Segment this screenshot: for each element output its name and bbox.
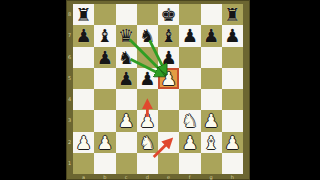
piece-black-bishop-e7[interactable]: ♝: [158, 25, 179, 46]
square-a4[interactable]: [73, 89, 94, 110]
file-label-f: f: [179, 175, 200, 180]
square-h2[interactable]: ♟: [222, 132, 243, 153]
square-f3[interactable]: ♞: [179, 110, 200, 131]
square-a7[interactable]: ♟: [73, 25, 94, 46]
square-e7[interactable]: ♝: [158, 25, 179, 46]
piece-white-knight-f3[interactable]: ♞: [179, 110, 200, 131]
rank-label-8: 8: [66, 12, 73, 17]
square-d1[interactable]: [137, 153, 158, 174]
square-b8[interactable]: [94, 4, 115, 25]
square-f1[interactable]: [179, 153, 200, 174]
piece-white-pawn-b2[interactable]: ♟: [94, 132, 115, 153]
piece-white-knight-d2[interactable]: ♞: [137, 132, 158, 153]
square-c4[interactable]: [116, 89, 137, 110]
square-a1[interactable]: [73, 153, 94, 174]
square-g4[interactable]: [201, 89, 222, 110]
chess-board: ♜♚♜♟♝♛♞♝♟♟♟♟♞♟♟♟♟♟♟♞♟♟♟♞♟♝♟: [73, 4, 243, 174]
square-f7[interactable]: ♟: [179, 25, 200, 46]
square-d3[interactable]: ♟: [137, 110, 158, 131]
square-b6[interactable]: ♟: [94, 47, 115, 68]
piece-black-pawn-h7[interactable]: ♟: [222, 25, 243, 46]
square-e8[interactable]: ♚: [158, 4, 179, 25]
square-d6[interactable]: [137, 47, 158, 68]
square-c6[interactable]: ♞: [116, 47, 137, 68]
square-a6[interactable]: [73, 47, 94, 68]
rank-label-3: 3: [66, 118, 73, 123]
square-f2[interactable]: ♟: [179, 132, 200, 153]
square-e6[interactable]: ♟: [158, 47, 179, 68]
square-h6[interactable]: [222, 47, 243, 68]
square-d5[interactable]: ♟: [137, 68, 158, 89]
piece-white-pawn-h2[interactable]: ♟: [222, 132, 243, 153]
square-b4[interactable]: [94, 89, 115, 110]
file-label-g: g: [201, 175, 222, 180]
square-e1[interactable]: [158, 153, 179, 174]
left-letterbox-bar: [0, 0, 66, 180]
square-f5[interactable]: [179, 68, 200, 89]
piece-black-pawn-e6[interactable]: ♟: [158, 47, 179, 68]
piece-white-pawn-f2[interactable]: ♟: [179, 132, 200, 153]
rank-label-2: 2: [66, 140, 73, 145]
square-h3[interactable]: [222, 110, 243, 131]
piece-white-pawn-d3[interactable]: ♟: [137, 110, 158, 131]
piece-black-pawn-g7[interactable]: ♟: [201, 25, 222, 46]
file-label-b: b: [94, 175, 115, 180]
square-a8[interactable]: ♜: [73, 4, 94, 25]
square-h4[interactable]: [222, 89, 243, 110]
piece-black-pawn-b6[interactable]: ♟: [94, 47, 115, 68]
file-label-h: h: [222, 175, 243, 180]
file-label-e: e: [158, 175, 179, 180]
square-g6[interactable]: [201, 47, 222, 68]
square-h5[interactable]: [222, 68, 243, 89]
square-c3[interactable]: ♟: [116, 110, 137, 131]
square-g5[interactable]: [201, 68, 222, 89]
file-label-a: a: [73, 175, 94, 180]
square-c8[interactable]: [116, 4, 137, 25]
piece-black-pawn-f7[interactable]: ♟: [179, 25, 200, 46]
square-f8[interactable]: [179, 4, 200, 25]
file-label-c: c: [116, 175, 137, 180]
square-a2[interactable]: ♟: [73, 132, 94, 153]
square-a3[interactable]: [73, 110, 94, 131]
piece-white-pawn-g3[interactable]: ♟: [201, 110, 222, 131]
square-c2[interactable]: [116, 132, 137, 153]
square-g8[interactable]: [201, 4, 222, 25]
square-c5[interactable]: ♟: [116, 68, 137, 89]
square-c1[interactable]: [116, 153, 137, 174]
piece-white-bishop-g2[interactable]: ♝: [201, 132, 222, 153]
square-g1[interactable]: [201, 153, 222, 174]
rank-label-1: 1: [66, 161, 73, 166]
square-d7[interactable]: ♞: [137, 25, 158, 46]
right-letterbox-bar: [250, 0, 320, 180]
square-g7[interactable]: ♟: [201, 25, 222, 46]
square-d2[interactable]: ♞: [137, 132, 158, 153]
piece-black-knight-c6[interactable]: ♞: [116, 47, 137, 68]
piece-black-pawn-d5[interactable]: ♟: [137, 68, 158, 89]
piece-black-knight-d7[interactable]: ♞: [137, 25, 158, 46]
piece-black-rook-a8[interactable]: ♜: [73, 4, 94, 25]
square-d4[interactable]: [137, 89, 158, 110]
square-e2[interactable]: [158, 132, 179, 153]
square-h7[interactable]: ♟: [222, 25, 243, 46]
square-b3[interactable]: [94, 110, 115, 131]
chess-diagram: 87654321 ♜♚♜♟♝♛♞♝♟♟♟♟♞♟♟♟♟♟♟♞♟♟♟♞♟♝♟ abc…: [0, 0, 320, 180]
rank-label-5: 5: [66, 76, 73, 81]
piece-white-pawn-c3[interactable]: ♟: [116, 110, 137, 131]
rank-label-4: 4: [66, 97, 73, 102]
piece-black-rook-h8[interactable]: ♜: [222, 4, 243, 25]
square-b7[interactable]: ♝: [94, 25, 115, 46]
piece-white-pawn-e5[interactable]: ♟: [158, 68, 179, 89]
square-b2[interactable]: ♟: [94, 132, 115, 153]
file-label-d: d: [137, 175, 158, 180]
square-b1[interactable]: [94, 153, 115, 174]
board-frame: 87654321 ♜♚♜♟♝♛♞♝♟♟♟♟♞♟♟♟♟♟♟♞♟♟♟♞♟♝♟ abc…: [66, 0, 250, 180]
square-b5[interactable]: [94, 68, 115, 89]
square-h8[interactable]: ♜: [222, 4, 243, 25]
piece-black-queen-c7[interactable]: ♛: [116, 25, 137, 46]
rank-label-7: 7: [66, 33, 73, 38]
rank-label-6: 6: [66, 55, 73, 60]
square-g2[interactable]: ♝: [201, 132, 222, 153]
square-f6[interactable]: [179, 47, 200, 68]
square-g3[interactable]: ♟: [201, 110, 222, 131]
piece-white-pawn-a2[interactable]: ♟: [73, 132, 94, 153]
square-e3[interactable]: [158, 110, 179, 131]
piece-black-pawn-a7[interactable]: ♟: [73, 25, 94, 46]
square-h1[interactable]: [222, 153, 243, 174]
square-e4[interactable]: [158, 89, 179, 110]
square-f4[interactable]: [179, 89, 200, 110]
piece-black-pawn-c5[interactable]: ♟: [116, 68, 137, 89]
square-c7[interactable]: ♛: [116, 25, 137, 46]
piece-black-bishop-b7[interactable]: ♝: [94, 25, 115, 46]
square-e5[interactable]: ♟: [158, 68, 179, 89]
piece-black-king-e8[interactable]: ♚: [158, 4, 179, 25]
square-a5[interactable]: [73, 68, 94, 89]
square-d8[interactable]: [137, 4, 158, 25]
